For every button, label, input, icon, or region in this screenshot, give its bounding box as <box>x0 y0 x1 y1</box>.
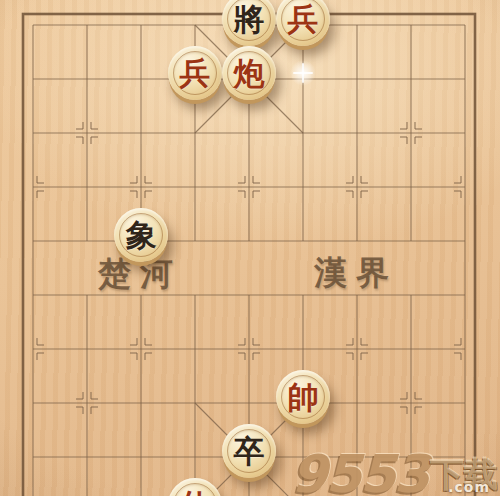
piece-red-soldier-left[interactable]: 兵 <box>168 46 222 100</box>
piece-glyph: 仕 <box>180 490 211 496</box>
piece-glyph: 卒 <box>234 436 265 467</box>
piece-glyph: 炮 <box>234 58 265 89</box>
piece-glyph: 兵 <box>180 58 211 89</box>
piece-black-soldier[interactable]: 卒 <box>222 424 276 478</box>
piece-red-cannon[interactable]: 炮 <box>222 46 276 100</box>
watermark-number: 9553 <box>291 444 428 496</box>
piece-glyph: 帥 <box>288 382 319 413</box>
piece-glyph: 象 <box>126 220 157 251</box>
piece-glyph: 兵 <box>288 4 319 35</box>
piece-black-elephant[interactable]: 象 <box>114 208 168 262</box>
xiangqi-board: 楚河 漢界 將兵兵炮象帥卒仕 9553下载 .com <box>0 0 500 496</box>
watermark-domain-suffix: .com <box>448 480 490 494</box>
piece-red-general[interactable]: 帥 <box>276 370 330 424</box>
piece-glyph: 將 <box>234 4 265 35</box>
sparkle-effect <box>290 60 316 86</box>
river-label-han-jie: 漢界 <box>314 251 398 296</box>
watermark: 9553下载 .com <box>291 448 498 496</box>
